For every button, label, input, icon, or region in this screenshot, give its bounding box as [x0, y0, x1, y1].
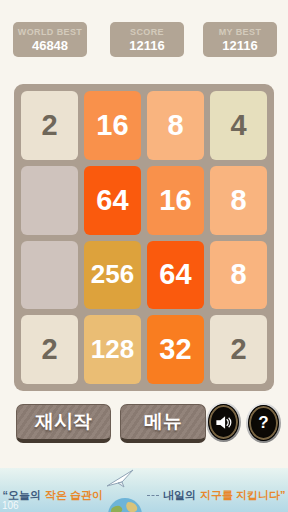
ad-text-highlight2: 지구를 지킵니다” [200, 488, 286, 503]
tile-64: 64 [147, 241, 204, 310]
tile-128: 128 [84, 315, 141, 384]
ad-slogan: “오늘의 작은 습관이 내일의 지구를 지킵니다” [0, 480, 288, 510]
my-best-box: MY BEST 12116 [203, 22, 277, 57]
world-best-value: 46848 [32, 38, 68, 53]
my-best-value: 12116 [222, 38, 257, 53]
my-best-label: MY BEST [219, 26, 262, 38]
speaker-icon [208, 404, 239, 440]
tile-2: 2 [21, 315, 78, 384]
ad-text-mid: 내일의 [163, 488, 196, 503]
world-best-label: WORLD BEST [18, 26, 83, 38]
tile-16: 16 [84, 91, 141, 160]
tile-8: 8 [210, 166, 267, 235]
plane-trail [147, 495, 159, 496]
paper-plane-icon [105, 468, 135, 488]
tile-16: 16 [147, 166, 204, 235]
ad-text-highlight1: 작은 습관이 [45, 488, 103, 503]
tile-8: 8 [210, 241, 267, 310]
tile-64: 64 [84, 166, 141, 235]
app-screen: WORLD BEST 46848 SCORE 12116 MY BEST 121… [0, 0, 288, 512]
restart-button[interactable]: 재시작 [16, 404, 111, 443]
ad-banner[interactable]: “오늘의 작은 습관이 내일의 지구를 지킵니다” 106 [0, 468, 288, 512]
game-board[interactable]: 2 16 8 4 64 16 8 256 64 8 2 128 32 2 [14, 84, 274, 391]
tile-8: 8 [147, 91, 204, 160]
tile-2: 2 [210, 315, 267, 384]
tile-4: 4 [210, 91, 267, 160]
world-best-box: WORLD BEST 46848 [13, 22, 87, 57]
tile-2: 2 [21, 91, 78, 160]
question-mark-icon: ? [248, 405, 279, 441]
sound-button[interactable] [206, 402, 241, 442]
earth-graphic [107, 480, 143, 510]
menu-button[interactable]: 메뉴 [120, 404, 206, 443]
empty-cell [21, 241, 78, 310]
tile-32: 32 [147, 315, 204, 384]
earth-icon [108, 498, 142, 512]
empty-cell [21, 166, 78, 235]
score-box: SCORE 12116 [110, 22, 184, 57]
score-label: SCORE [130, 26, 164, 38]
banner-corner-number: 106 [2, 500, 19, 511]
tile-256: 256 [84, 241, 141, 310]
help-button[interactable]: ? [246, 403, 281, 443]
score-value: 12116 [129, 38, 164, 53]
